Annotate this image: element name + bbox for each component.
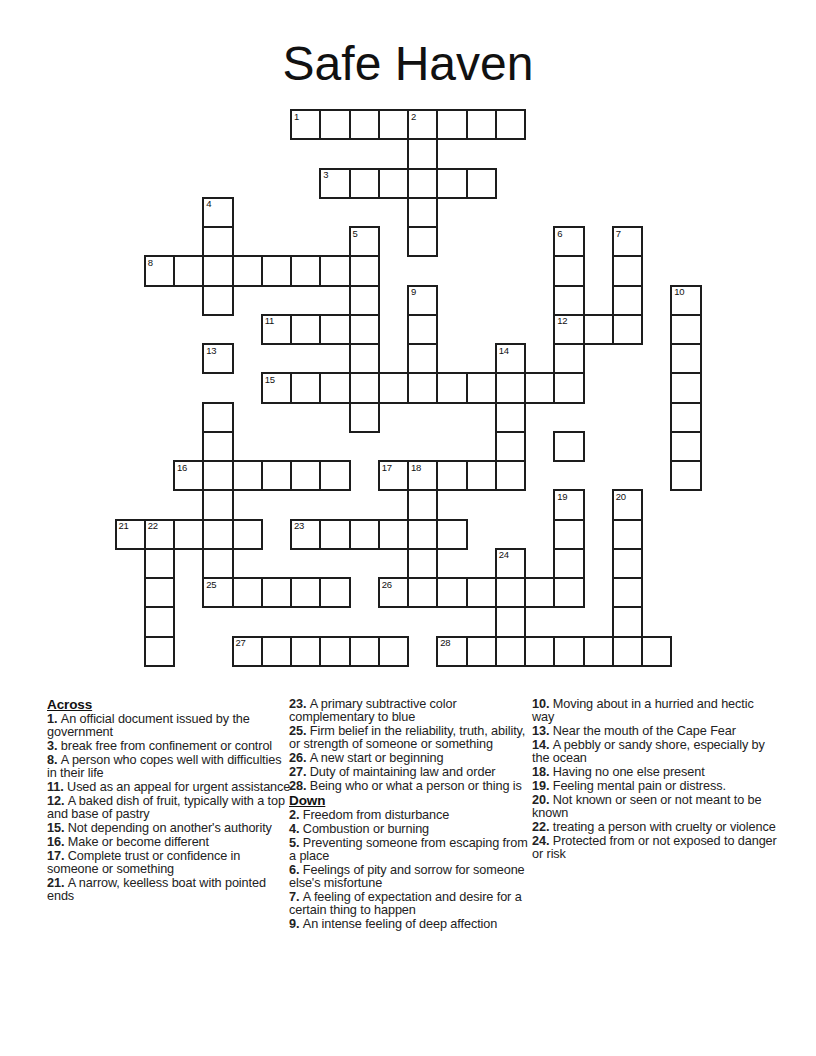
clue-across-27: 27. Duty of maintaining law and order <box>289 766 535 779</box>
cell-2-11[interactable] <box>437 169 466 198</box>
cell-number-25: 25 <box>206 580 216 590</box>
cell-2-12[interactable] <box>467 169 496 198</box>
cell-number-1: 1 <box>294 112 299 122</box>
cell-9-6[interactable] <box>291 373 320 402</box>
cell-16-10[interactable] <box>408 578 437 607</box>
cell-15-10[interactable] <box>408 549 437 578</box>
clue-across-11: 11. Used as an appeal for urgent assista… <box>47 781 293 794</box>
cell-0-12[interactable] <box>467 110 496 139</box>
cell-0-7[interactable] <box>320 110 349 139</box>
cell-6-19[interactable]: 10 <box>671 286 700 315</box>
clue-across-17: 17. Complete trust or confidence in some… <box>47 850 293 876</box>
cell-5-17[interactable] <box>613 256 642 285</box>
cell-18-18[interactable] <box>642 637 671 666</box>
cell-15-13[interactable]: 24 <box>496 549 525 578</box>
cell-0-10[interactable]: 2 <box>408 110 437 139</box>
clue-across-3: 3. break free from confinement or contro… <box>47 740 293 753</box>
cell-18-15[interactable] <box>554 637 583 666</box>
cell-16-11[interactable] <box>437 578 466 607</box>
cell-16-1[interactable] <box>145 578 174 607</box>
cell-5-7[interactable] <box>320 256 349 285</box>
cell-18-1[interactable] <box>145 637 174 666</box>
cell-6-17[interactable] <box>613 286 642 315</box>
cell-9-14[interactable] <box>525 373 554 402</box>
cell-14-7[interactable] <box>320 520 349 549</box>
cell-12-3[interactable] <box>203 461 232 490</box>
cell-11-19[interactable] <box>671 432 700 461</box>
cell-number-5: 5 <box>353 229 358 239</box>
cell-number-26: 26 <box>382 580 392 590</box>
cell-16-14[interactable] <box>525 578 554 607</box>
cell-5-15[interactable] <box>554 256 583 285</box>
cell-9-15[interactable] <box>554 373 583 402</box>
cell-7-15[interactable]: 12 <box>554 315 583 344</box>
clue-across-12: 12. A baked dish of fruit, typically wit… <box>47 795 293 821</box>
clue-across-15: 15. Not depending on another's authority <box>47 822 293 835</box>
cell-9-12[interactable] <box>467 373 496 402</box>
clue-down-9: 9. An intense feeling of deep affection <box>289 918 535 931</box>
crossword-grid: 1234567891011121314151617181920212223242… <box>116 110 701 666</box>
cell-12-13[interactable] <box>496 461 525 490</box>
cell-7-6[interactable] <box>291 315 320 344</box>
cell-13-3[interactable] <box>203 490 232 519</box>
cell-10-3[interactable] <box>203 403 232 432</box>
clue-down-24: 24. Protected from or not exposed to dan… <box>532 835 778 861</box>
clue-down-10: 10. Moving about in a hurried and hectic… <box>532 698 778 724</box>
cell-14-2[interactable] <box>174 520 203 549</box>
cell-18-7[interactable] <box>320 637 349 666</box>
cell-0-9[interactable] <box>379 110 408 139</box>
cell-number-23: 23 <box>294 521 304 531</box>
clue-down-20: 20. Not known or seen or not meant to be… <box>532 794 778 820</box>
cell-7-19[interactable] <box>671 315 700 344</box>
cell-10-13[interactable] <box>496 403 525 432</box>
cell-14-11[interactable] <box>437 520 466 549</box>
cell-16-9[interactable]: 26 <box>379 578 408 607</box>
cell-2-8[interactable] <box>350 169 379 198</box>
cell-14-1[interactable]: 22 <box>145 520 174 549</box>
clue-down-7: 7. A feeling of expectation and desire f… <box>289 891 535 917</box>
cell-18-8[interactable] <box>350 637 379 666</box>
cell-0-8[interactable] <box>350 110 379 139</box>
cell-12-12[interactable] <box>467 461 496 490</box>
cell-17-13[interactable] <box>496 607 525 636</box>
clue-across-1: 1. An official document issued by the go… <box>47 713 293 739</box>
cell-12-4[interactable] <box>233 461 262 490</box>
cell-14-3[interactable] <box>203 520 232 549</box>
cell-number-28: 28 <box>440 638 450 648</box>
cell-number-13: 13 <box>206 346 216 356</box>
cell-7-7[interactable] <box>320 315 349 344</box>
cell-8-15[interactable] <box>554 344 583 373</box>
clue-across-21: 21. A narrow, keelless boat with pointed… <box>47 877 293 903</box>
clue-down-2: 2. Freedom from disturbance <box>289 809 535 822</box>
cell-16-17[interactable] <box>613 578 642 607</box>
cell-4-10[interactable] <box>408 227 437 256</box>
cell-18-12[interactable] <box>467 637 496 666</box>
cell-14-6[interactable]: 23 <box>291 520 320 549</box>
cell-9-7[interactable] <box>320 373 349 402</box>
cell-number-15: 15 <box>265 375 275 385</box>
cell-18-6[interactable] <box>291 637 320 666</box>
cell-18-11[interactable]: 28 <box>437 637 466 666</box>
cell-3-10[interactable] <box>408 198 437 227</box>
cell-16-5[interactable] <box>262 578 291 607</box>
cell-14-15[interactable] <box>554 520 583 549</box>
cell-number-11: 11 <box>265 316 274 326</box>
cell-8-13[interactable]: 14 <box>496 344 525 373</box>
clue-down-18: 18. Having no one else present <box>532 766 778 779</box>
cell-2-7[interactable]: 3 <box>320 169 349 198</box>
cell-7-10[interactable] <box>408 315 437 344</box>
cell-12-2[interactable]: 16 <box>174 461 203 490</box>
cell-number-18: 18 <box>411 463 421 473</box>
cell-9-8[interactable] <box>350 373 379 402</box>
cell-0-11[interactable] <box>437 110 466 139</box>
cell-18-13[interactable] <box>496 637 525 666</box>
cell-5-1[interactable]: 8 <box>145 256 174 285</box>
cell-18-4[interactable]: 27 <box>233 637 262 666</box>
cell-0-6[interactable]: 1 <box>291 110 320 139</box>
cell-4-17[interactable]: 7 <box>613 227 642 256</box>
cell-12-5[interactable] <box>262 461 291 490</box>
cell-9-11[interactable] <box>437 373 466 402</box>
cell-number-16: 16 <box>177 463 187 473</box>
cell-5-6[interactable] <box>291 256 320 285</box>
cell-9-9[interactable] <box>379 373 408 402</box>
cell-16-6[interactable] <box>291 578 320 607</box>
cell-5-4[interactable] <box>233 256 262 285</box>
cell-1-10[interactable] <box>408 139 437 168</box>
clues-across-header: Across <box>47 698 293 711</box>
cell-12-6[interactable] <box>291 461 320 490</box>
cell-8-3[interactable]: 13 <box>203 344 232 373</box>
cell-number-9: 9 <box>411 287 416 297</box>
cell-8-8[interactable] <box>350 344 379 373</box>
cell-7-8[interactable] <box>350 315 379 344</box>
cell-11-15[interactable] <box>554 432 583 461</box>
cell-14-17[interactable] <box>613 520 642 549</box>
cell-16-13[interactable] <box>496 578 525 607</box>
clue-across-26: 26. A new start or beginning <box>289 752 535 765</box>
cell-5-8[interactable] <box>350 256 379 285</box>
clues-down-header: Down <box>289 794 535 807</box>
cell-14-4[interactable] <box>233 520 262 549</box>
cell-number-10: 10 <box>674 287 684 297</box>
cell-4-15[interactable]: 6 <box>554 227 583 256</box>
cell-number-12: 12 <box>557 316 567 326</box>
cell-number-8: 8 <box>148 258 153 268</box>
cell-number-14: 14 <box>499 346 509 356</box>
cell-number-4: 4 <box>206 199 211 209</box>
cell-16-3[interactable]: 25 <box>203 578 232 607</box>
cell-12-10[interactable]: 18 <box>408 461 437 490</box>
cell-6-15[interactable] <box>554 286 583 315</box>
cell-9-10[interactable] <box>408 373 437 402</box>
cell-4-3[interactable] <box>203 227 232 256</box>
cell-6-10[interactable]: 9 <box>408 286 437 315</box>
cell-5-3[interactable] <box>203 256 232 285</box>
cell-14-9[interactable] <box>379 520 408 549</box>
cell-17-1[interactable] <box>145 607 174 636</box>
clue-across-16: 16. Make or become different <box>47 836 293 849</box>
cell-number-22: 22 <box>148 521 158 531</box>
cell-number-2: 2 <box>411 112 416 122</box>
cell-11-3[interactable] <box>203 432 232 461</box>
cell-9-19[interactable] <box>671 373 700 402</box>
clue-across-25: 25. Firm belief in the reliability, trut… <box>289 725 535 751</box>
cell-2-10[interactable] <box>408 169 437 198</box>
clue-down-22: 22. treating a person with cruelty or vi… <box>532 821 778 834</box>
cell-number-17: 17 <box>382 463 392 473</box>
cell-7-17[interactable] <box>613 315 642 344</box>
page: Safe Haven 12345678910111213141516171819… <box>0 0 816 1056</box>
clue-across-23: 23. A primary subtractive color compleme… <box>289 698 535 724</box>
cell-5-5[interactable] <box>262 256 291 285</box>
cell-14-10[interactable] <box>408 520 437 549</box>
cell-16-12[interactable] <box>467 578 496 607</box>
clue-down-14: 14. A pebbly or sandy shore, especially … <box>532 739 778 765</box>
clue-column-3: 10. Moving about in a hurried and hectic… <box>532 698 778 862</box>
cell-18-5[interactable] <box>262 637 291 666</box>
cell-14-8[interactable] <box>350 520 379 549</box>
cell-15-17[interactable] <box>613 549 642 578</box>
clue-down-13: 13. Near the mouth of the Cape Fear <box>532 725 778 738</box>
cell-13-17[interactable]: 20 <box>613 490 642 519</box>
cell-6-8[interactable] <box>350 286 379 315</box>
cell-9-13[interactable] <box>496 373 525 402</box>
clue-down-6: 6. Feelings of pity and sorrow for someo… <box>289 864 535 890</box>
cell-17-17[interactable] <box>613 607 642 636</box>
cell-18-17[interactable] <box>613 637 642 666</box>
cell-18-14[interactable] <box>525 637 554 666</box>
cell-number-6: 6 <box>557 229 562 239</box>
cell-15-15[interactable] <box>554 549 583 578</box>
cell-11-13[interactable] <box>496 432 525 461</box>
puzzle-title: Safe Haven <box>0 36 816 91</box>
cell-15-3[interactable] <box>203 549 232 578</box>
cell-3-3[interactable]: 4 <box>203 198 232 227</box>
cell-14-0[interactable]: 21 <box>116 520 145 549</box>
cell-0-13[interactable] <box>496 110 525 139</box>
cell-5-2[interactable] <box>174 256 203 285</box>
cell-16-15[interactable] <box>554 578 583 607</box>
cell-16-4[interactable] <box>233 578 262 607</box>
cell-number-27: 27 <box>236 638 246 648</box>
cell-7-5[interactable]: 11 <box>262 315 291 344</box>
cell-10-8[interactable] <box>350 403 379 432</box>
cell-number-24: 24 <box>499 550 509 560</box>
cell-9-5[interactable]: 15 <box>262 373 291 402</box>
cell-number-3: 3 <box>323 170 328 180</box>
cell-13-10[interactable] <box>408 490 437 519</box>
cell-13-15[interactable]: 19 <box>554 490 583 519</box>
cell-12-11[interactable] <box>437 461 466 490</box>
clue-down-4: 4. Combustion or burning <box>289 823 535 836</box>
clue-column-1: Across1. An official document issued by … <box>47 698 293 904</box>
cell-18-16[interactable] <box>584 637 613 666</box>
cell-8-19[interactable] <box>671 344 700 373</box>
cell-10-19[interactable] <box>671 403 700 432</box>
clue-column-2: 23. A primary subtractive color compleme… <box>289 698 535 932</box>
cell-16-7[interactable] <box>320 578 349 607</box>
cell-12-7[interactable] <box>320 461 349 490</box>
cell-7-16[interactable] <box>584 315 613 344</box>
cell-12-19[interactable] <box>671 461 700 490</box>
clue-across-28: 28. Being who or what a person or thing … <box>289 780 535 793</box>
cell-8-10[interactable] <box>408 344 437 373</box>
clue-down-19: 19. Feeling mental pain or distress. <box>532 780 778 793</box>
cell-6-3[interactable] <box>203 286 232 315</box>
cell-number-19: 19 <box>557 492 567 502</box>
clue-across-8: 8. A person who copes well with difficul… <box>47 754 293 780</box>
cell-18-9[interactable] <box>379 637 408 666</box>
cell-number-21: 21 <box>119 521 129 531</box>
cell-15-1[interactable] <box>145 549 174 578</box>
cell-4-8[interactable]: 5 <box>350 227 379 256</box>
cell-number-20: 20 <box>616 492 626 502</box>
cell-number-7: 7 <box>616 229 621 239</box>
cell-2-9[interactable] <box>379 169 408 198</box>
clue-down-5: 5. Preventing someone from escaping from… <box>289 837 535 863</box>
cell-12-9[interactable]: 17 <box>379 461 408 490</box>
